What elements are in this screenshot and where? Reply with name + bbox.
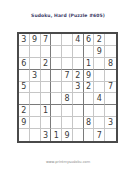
cell-r2c7 (84, 46, 95, 58)
cell-r8c4 (51, 117, 62, 129)
cell-r9c6 (73, 129, 84, 141)
cell-r3c6 (73, 58, 84, 70)
cell-r1c5 (62, 34, 73, 46)
sudoku-page: Sudoku, Hard (Puzzle #605) 3974629621837… (0, 0, 136, 176)
cell-r7c9 (105, 105, 116, 117)
cell-r3c7: 1 (84, 58, 95, 70)
cell-r4c4 (51, 70, 62, 82)
cell-r4c2: 3 (30, 70, 41, 82)
cell-r5c5 (62, 82, 73, 94)
cell-r1c6: 4 (73, 34, 84, 46)
cell-r8c8 (94, 117, 105, 129)
cell-r5c7: 2 (84, 82, 95, 94)
cell-r9c7 (84, 129, 95, 141)
cell-r2c5 (62, 46, 73, 58)
cell-r3c3: 2 (41, 58, 52, 70)
cell-r9c8: 7 (94, 129, 105, 141)
cell-r2c4 (51, 46, 62, 58)
cell-r6c6 (73, 93, 84, 105)
cell-r7c4 (51, 105, 62, 117)
cell-r6c1 (19, 93, 30, 105)
cell-r8c6 (73, 117, 84, 129)
cell-r4c3 (41, 70, 52, 82)
cell-r9c4: 1 (51, 129, 62, 141)
cell-r1c2: 9 (30, 34, 41, 46)
cell-r4c5: 7 (62, 70, 73, 82)
page-title: Sudoku, Hard (Puzzle #605) (0, 13, 136, 18)
cell-r4c9 (105, 70, 116, 82)
cell-r3c1: 6 (19, 58, 30, 70)
cell-r7c2 (30, 105, 41, 117)
cell-r2c3 (41, 46, 52, 58)
cell-r6c3 (41, 93, 52, 105)
cell-r2c1 (19, 46, 30, 58)
cell-r4c6: 2 (73, 70, 84, 82)
cell-r5c8 (94, 82, 105, 94)
sudoku-board: 397462962183729532784219833197 (17, 32, 118, 143)
cell-r5c9: 7 (105, 82, 116, 94)
cell-r5c3 (41, 82, 52, 94)
cell-r8c2 (30, 117, 41, 129)
cell-r3c2 (30, 58, 41, 70)
cell-r6c8: 4 (94, 93, 105, 105)
cell-r5c6: 3 (73, 82, 84, 94)
cell-r9c3: 3 (41, 129, 52, 141)
cell-r4c8 (94, 70, 105, 82)
cell-r3c9: 8 (105, 58, 116, 70)
cell-r6c7 (84, 93, 95, 105)
cell-r6c2 (30, 93, 41, 105)
cell-r1c1: 3 (19, 34, 30, 46)
page-footer: www.printmysudoku.com (0, 160, 136, 164)
cell-r7c6 (73, 105, 84, 117)
cell-r8c7: 8 (84, 117, 95, 129)
cell-r2c6 (73, 46, 84, 58)
cell-r3c4 (51, 58, 62, 70)
cell-r2c8: 9 (94, 46, 105, 58)
cell-r1c3: 7 (41, 34, 52, 46)
cell-r5c4 (51, 82, 62, 94)
cell-r4c1 (19, 70, 30, 82)
cell-r3c5 (62, 58, 73, 70)
cell-r4c7: 9 (84, 70, 95, 82)
cell-r7c8 (94, 105, 105, 117)
cell-r8c1: 9 (19, 117, 30, 129)
cell-r2c2 (30, 46, 41, 58)
cell-r9c1 (19, 129, 30, 141)
cell-r8c5 (62, 117, 73, 129)
cell-r8c3 (41, 117, 52, 129)
cell-r6c5: 8 (62, 93, 73, 105)
cell-r6c9 (105, 93, 116, 105)
cell-r6c4 (51, 93, 62, 105)
cell-r7c1: 2 (19, 105, 30, 117)
cell-r3c8 (94, 58, 105, 70)
cell-r5c1: 5 (19, 82, 30, 94)
cell-r7c7 (84, 105, 95, 117)
cell-r1c9 (105, 34, 116, 46)
cell-r7c3: 1 (41, 105, 52, 117)
cell-r5c2 (30, 82, 41, 94)
cell-r1c7: 6 (84, 34, 95, 46)
cell-r9c2 (30, 129, 41, 141)
cell-r9c5: 9 (62, 129, 73, 141)
cell-r1c4 (51, 34, 62, 46)
cell-r2c9 (105, 46, 116, 58)
cell-r1c8: 2 (94, 34, 105, 46)
cell-r9c9 (105, 129, 116, 141)
cell-r7c5 (62, 105, 73, 117)
cell-r8c9: 3 (105, 117, 116, 129)
